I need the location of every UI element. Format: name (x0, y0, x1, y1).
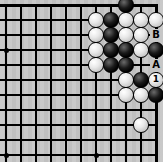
hoshi-point (4, 153, 9, 158)
black-stone (118, 42, 133, 57)
grid-hline (0, 64, 158, 66)
grid-vline (5, 4, 7, 163)
white-stone (148, 12, 163, 27)
white-stone (88, 12, 103, 27)
white-stone (88, 42, 103, 57)
black-stone (103, 27, 118, 42)
hoshi-point (94, 153, 99, 158)
grid-hline (0, 109, 158, 111)
black-stone (133, 72, 148, 87)
white-stone (133, 87, 148, 102)
go-board[interactable]: BA1 (0, 0, 163, 162)
hoshi-point (4, 48, 9, 53)
grid-vline (35, 4, 37, 163)
black-stone (148, 87, 163, 102)
black-stone (118, 0, 133, 13)
black-stone (103, 12, 118, 27)
point-label-A[interactable]: A (150, 59, 163, 72)
grid-vline (20, 4, 22, 163)
white-stone (133, 42, 148, 57)
grid-vline (65, 4, 67, 163)
white-stone (88, 27, 103, 42)
black-stone (118, 57, 133, 72)
move-number: 1 (153, 75, 159, 84)
white-stone (133, 27, 148, 42)
white-stone (88, 57, 103, 72)
white-stone (133, 12, 148, 27)
black-stone (103, 57, 118, 72)
board-edge-top (0, 4, 158, 7)
grid-hline (0, 139, 158, 141)
black-stone (103, 42, 118, 57)
point-label-B[interactable]: B (150, 29, 163, 42)
white-stone (118, 27, 133, 42)
black-stone (148, 42, 163, 57)
white-stone-move-1: 1 (148, 72, 163, 87)
grid-vline (50, 4, 52, 163)
white-stone (133, 117, 148, 132)
grid-vline (80, 4, 82, 163)
white-stone (118, 87, 133, 102)
white-stone (118, 72, 133, 87)
white-stone (118, 12, 133, 27)
grid-hline (0, 154, 158, 156)
